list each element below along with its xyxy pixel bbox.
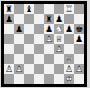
square-d2[interactable] xyxy=(34,64,44,74)
square-e3[interactable] xyxy=(44,54,54,64)
square-c1[interactable] xyxy=(24,74,34,84)
square-d1[interactable] xyxy=(34,74,44,84)
board-frame: ♜♝♜♖♟♜♟♟♟♞♘♟♚♟♙♛♕♟♟♙♛♕♟♙♟♙♟♙♟♙♚♔ xyxy=(1,1,87,87)
square-h6[interactable]: ♚ xyxy=(74,24,84,34)
square-g8[interactable]: ♜♖ xyxy=(64,4,74,14)
square-b3[interactable] xyxy=(14,54,24,64)
chess-diagram: ♜♝♜♖♟♜♟♟♟♞♘♟♚♟♙♛♕♟♟♙♛♕♟♙♟♙♟♙♟♙♚♔ xyxy=(0,0,90,88)
square-c3[interactable] xyxy=(24,54,34,64)
square-d7[interactable] xyxy=(34,14,44,24)
square-b1[interactable] xyxy=(14,74,24,84)
white-pawn-icon: ♟♙ xyxy=(74,64,84,74)
square-e4[interactable] xyxy=(44,44,54,54)
chess-board: ♜♝♜♖♟♜♟♟♟♞♘♟♚♟♙♛♕♟♟♙♛♕♟♙♟♙♟♙♟♙♚♔ xyxy=(4,4,84,84)
square-e2[interactable] xyxy=(44,64,54,74)
black-rook-icon: ♜ xyxy=(44,14,54,24)
square-e7[interactable]: ♜ xyxy=(44,14,54,24)
white-pawn-icon: ♟♙ xyxy=(14,64,24,74)
black-king-icon: ♚ xyxy=(74,24,84,34)
square-g3[interactable]: ♛♕ xyxy=(64,54,74,64)
black-pawn-icon: ♟ xyxy=(74,34,84,44)
square-g4[interactable] xyxy=(64,44,74,54)
white-knight-icon: ♞♘ xyxy=(54,24,64,34)
black-pawn-icon: ♟ xyxy=(54,14,64,24)
square-f6[interactable]: ♞♘ xyxy=(54,24,64,34)
square-b8[interactable] xyxy=(14,4,24,14)
square-a3[interactable] xyxy=(4,54,14,64)
square-h8[interactable] xyxy=(74,4,84,14)
square-f1[interactable] xyxy=(54,74,64,84)
square-h4[interactable] xyxy=(74,44,84,54)
square-d5[interactable] xyxy=(34,34,44,44)
white-queen-icon: ♛♕ xyxy=(54,34,64,44)
square-a6[interactable] xyxy=(4,24,14,34)
white-pawn-icon: ♟♙ xyxy=(54,44,64,54)
square-h1[interactable] xyxy=(74,74,84,84)
square-b7[interactable] xyxy=(14,14,24,24)
square-a4[interactable] xyxy=(4,44,14,54)
white-king-icon: ♚♔ xyxy=(64,74,74,84)
black-bishop-icon: ♝ xyxy=(24,4,34,14)
white-pawn-icon: ♟♙ xyxy=(64,64,74,74)
square-h5[interactable]: ♟ xyxy=(74,34,84,44)
square-h3[interactable] xyxy=(74,54,84,64)
square-a7[interactable]: ♟ xyxy=(4,14,14,24)
square-d3[interactable] xyxy=(34,54,44,64)
square-e5[interactable]: ♟♙ xyxy=(44,34,54,44)
square-h7[interactable] xyxy=(74,14,84,24)
square-g1[interactable]: ♚♔ xyxy=(64,74,74,84)
square-a5[interactable] xyxy=(4,34,14,44)
square-f8[interactable] xyxy=(54,4,64,14)
square-a8[interactable]: ♜ xyxy=(4,4,14,14)
square-f7[interactable]: ♟ xyxy=(54,14,64,24)
square-c7[interactable] xyxy=(24,14,34,24)
square-b2[interactable]: ♟♙ xyxy=(14,64,24,74)
square-c8[interactable]: ♝ xyxy=(24,4,34,14)
square-c5[interactable] xyxy=(24,34,34,44)
square-b6[interactable]: ♟ xyxy=(14,24,24,34)
square-e8[interactable] xyxy=(44,4,54,14)
white-rook-icon: ♜♖ xyxy=(64,4,74,14)
square-h2[interactable]: ♟♙ xyxy=(74,64,84,74)
black-rook-icon: ♜ xyxy=(4,4,14,14)
square-f2[interactable] xyxy=(54,64,64,74)
square-c2[interactable] xyxy=(24,64,34,74)
square-g2[interactable]: ♟♙ xyxy=(64,64,74,74)
square-g7[interactable] xyxy=(64,14,74,24)
square-b4[interactable] xyxy=(14,44,24,54)
white-pawn-icon: ♟♙ xyxy=(4,64,14,74)
black-pawn-icon: ♟ xyxy=(4,14,14,24)
square-e6[interactable]: ♟ xyxy=(44,24,54,34)
square-a1[interactable] xyxy=(4,74,14,84)
square-f3[interactable] xyxy=(54,54,64,64)
black-pawn-icon: ♟ xyxy=(64,24,74,34)
square-d8[interactable] xyxy=(34,4,44,14)
white-pawn-icon: ♟♙ xyxy=(44,34,54,44)
square-f5[interactable]: ♛♕ xyxy=(54,34,64,44)
square-f4[interactable]: ♟♙ xyxy=(54,44,64,54)
square-c6[interactable] xyxy=(24,24,34,34)
white-queen-icon: ♛♕ xyxy=(64,54,74,64)
square-c4[interactable] xyxy=(24,44,34,54)
square-d6[interactable] xyxy=(34,24,44,34)
black-pawn-icon: ♟ xyxy=(14,24,24,34)
black-pawn-icon: ♟ xyxy=(44,24,54,34)
square-g5[interactable] xyxy=(64,34,74,44)
square-b5[interactable] xyxy=(14,34,24,44)
square-e1[interactable] xyxy=(44,74,54,84)
square-g6[interactable]: ♟ xyxy=(64,24,74,34)
square-d4[interactable] xyxy=(34,44,44,54)
square-a2[interactable]: ♟♙ xyxy=(4,64,14,74)
